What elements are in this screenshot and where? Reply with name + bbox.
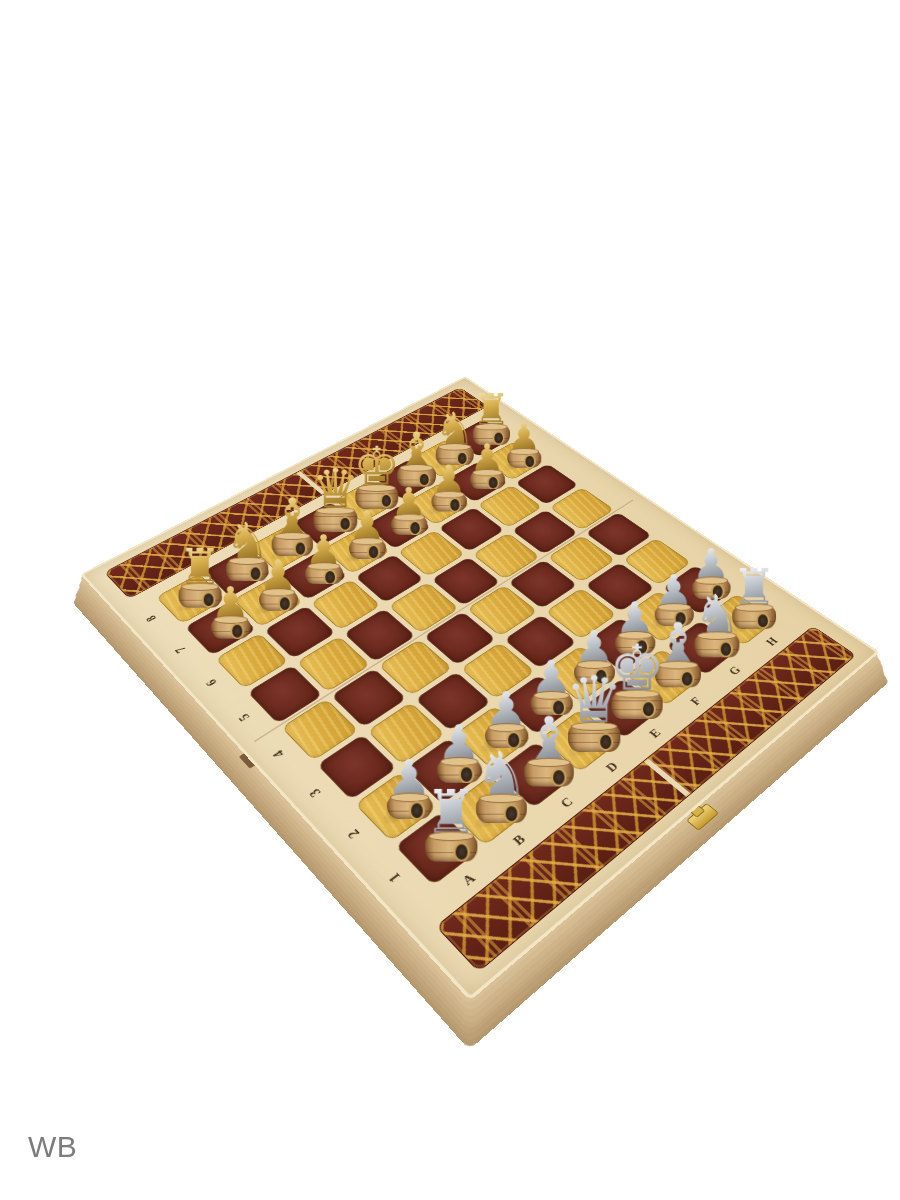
base-medallion <box>598 732 613 750</box>
base-medallion <box>680 670 694 687</box>
base-medallion <box>323 569 336 585</box>
barrel-base <box>431 493 466 511</box>
barrel-base <box>349 540 386 559</box>
base-medallion <box>641 700 656 718</box>
chess-board: ABCDEFGH 87654321 ♜♞♝♛♚♝♞♜♟♟♟♟♟♟♟♟♟♟♟♟♟♟… <box>80 376 880 1001</box>
barrel-base <box>259 591 298 611</box>
base-medallion <box>719 640 733 657</box>
studio-scene: ABCDEFGH 87654321 ♜♞♝♛♚♝♞♜♟♟♟♟♟♟♟♟♟♟♟♟♟♟… <box>0 0 900 1200</box>
base-medallion <box>278 596 291 612</box>
piece-black-pawn: ♟ <box>201 501 260 639</box>
base-medallion <box>551 768 566 787</box>
base-medallion <box>448 498 460 513</box>
base-medallion <box>230 623 244 640</box>
watermark-wb: WB <box>28 1130 77 1164</box>
pieces-layer: ♜♞♝♛♚♝♞♜♟♟♟♟♟♟♟♟♟♟♟♟♟♟♟♟♜♞♝♛♚♝♞♜ <box>80 376 880 1001</box>
base-medallion <box>504 804 520 823</box>
piece-white-rook: ♜ <box>416 699 486 862</box>
base-medallion <box>408 520 421 535</box>
base-medallion <box>453 842 469 862</box>
board-3d-space: ABCDEFGH 87654321 ♜♞♝♛♚♝♞♜♟♟♟♟♟♟♟♟♟♟♟♟♟♟… <box>0 0 900 1200</box>
base-medallion <box>487 475 499 490</box>
base-medallion <box>756 612 770 628</box>
barrel-base <box>305 565 343 584</box>
base-medallion <box>367 544 380 559</box>
barrel-base <box>391 516 427 535</box>
barrel-base <box>425 835 477 862</box>
base-medallion <box>524 454 536 468</box>
barrel-base <box>211 618 251 638</box>
